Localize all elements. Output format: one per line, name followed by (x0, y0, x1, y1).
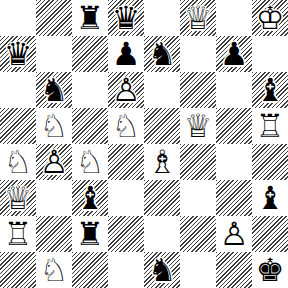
piece-halo: ♜ (72, 0, 108, 36)
square-e6[interactable] (144, 72, 180, 108)
square-e3[interactable] (144, 180, 180, 216)
piece-halo: ♝ (252, 72, 288, 108)
square-a5[interactable] (0, 108, 36, 144)
square-d3[interactable] (108, 180, 144, 216)
piece-halo: ♛ (180, 108, 216, 144)
piece-white-knight: ♘ (0, 144, 36, 180)
piece-black-rook: ♜ (72, 0, 108, 36)
square-f6[interactable] (180, 72, 216, 108)
piece-halo: ♜ (0, 216, 36, 252)
square-d6[interactable]: ♟♙ (108, 72, 144, 108)
piece-halo: ♞ (108, 108, 144, 144)
square-d5[interactable]: ♞♘ (108, 108, 144, 144)
square-c8[interactable]: ♜♜ (72, 0, 108, 36)
square-f3[interactable] (180, 180, 216, 216)
square-b6[interactable]: ♞♞ (36, 72, 72, 108)
square-c3[interactable]: ♝♝ (72, 180, 108, 216)
square-b2[interactable] (36, 216, 72, 252)
piece-halo: ♞ (72, 144, 108, 180)
square-e7[interactable]: ♞♞ (144, 36, 180, 72)
piece-white-rook: ♖ (0, 216, 36, 252)
square-d8[interactable]: ♛♛ (108, 0, 144, 36)
piece-black-bishop: ♝ (72, 180, 108, 216)
piece-black-queen: ♛ (108, 0, 144, 36)
square-h7[interactable] (252, 36, 288, 72)
piece-black-pawn: ♟ (216, 36, 252, 72)
square-c1[interactable] (72, 252, 108, 288)
square-g1[interactable] (216, 252, 252, 288)
piece-halo: ♝ (144, 144, 180, 180)
square-h1[interactable]: ♚♚ (252, 252, 288, 288)
square-f7[interactable] (180, 36, 216, 72)
piece-white-queen: ♕ (180, 0, 216, 36)
square-c2[interactable]: ♜♜ (72, 216, 108, 252)
piece-halo: ♟ (108, 36, 144, 72)
piece-white-rook: ♖ (252, 108, 288, 144)
square-h2[interactable] (252, 216, 288, 252)
piece-halo: ♞ (36, 72, 72, 108)
piece-white-pawn: ♙ (108, 72, 144, 108)
square-g6[interactable] (216, 72, 252, 108)
square-h6[interactable]: ♝♝ (252, 72, 288, 108)
piece-white-queen: ♕ (0, 180, 36, 216)
piece-halo: ♛ (108, 0, 144, 36)
piece-halo: ♟ (36, 144, 72, 180)
piece-black-knight: ♞ (36, 72, 72, 108)
piece-halo: ♛ (180, 0, 216, 36)
square-b3[interactable] (36, 180, 72, 216)
square-b4[interactable]: ♟♙ (36, 144, 72, 180)
square-b1[interactable]: ♞♘ (36, 252, 72, 288)
piece-halo: ♜ (72, 216, 108, 252)
piece-halo: ♛ (0, 36, 36, 72)
square-g7[interactable]: ♟♟ (216, 36, 252, 72)
square-e2[interactable] (144, 216, 180, 252)
piece-halo: ♞ (36, 252, 72, 288)
square-d1[interactable] (108, 252, 144, 288)
square-a2[interactable]: ♜♖ (0, 216, 36, 252)
square-c6[interactable] (72, 72, 108, 108)
piece-halo: ♟ (108, 72, 144, 108)
square-c4[interactable]: ♞♘ (72, 144, 108, 180)
square-g4[interactable] (216, 144, 252, 180)
square-a1[interactable] (0, 252, 36, 288)
square-a7[interactable]: ♛♛ (0, 36, 36, 72)
square-h4[interactable] (252, 144, 288, 180)
chess-board: ♜♜♛♛♛♕♚♔♛♛♟♟♞♞♟♟♞♞♟♙♝♝♞♘♞♘♛♕♜♖♞♘♟♙♞♘♝♗♛♕… (0, 0, 288, 288)
square-d2[interactable] (108, 216, 144, 252)
piece-black-queen: ♛ (0, 36, 36, 72)
square-g5[interactable] (216, 108, 252, 144)
piece-halo: ♝ (72, 180, 108, 216)
piece-black-bishop: ♝ (252, 180, 288, 216)
piece-black-rook: ♜ (72, 216, 108, 252)
square-a8[interactable] (0, 0, 36, 36)
piece-white-bishop: ♗ (144, 144, 180, 180)
square-h5[interactable]: ♜♖ (252, 108, 288, 144)
square-h8[interactable]: ♚♔ (252, 0, 288, 36)
square-a3[interactable]: ♛♕ (0, 180, 36, 216)
piece-halo: ♜ (252, 108, 288, 144)
piece-halo: ♟ (216, 36, 252, 72)
piece-white-queen: ♕ (180, 108, 216, 144)
piece-white-knight: ♘ (72, 144, 108, 180)
square-f2[interactable] (180, 216, 216, 252)
piece-black-knight: ♞ (144, 252, 180, 288)
square-a4[interactable]: ♞♘ (0, 144, 36, 180)
piece-halo: ♝ (252, 180, 288, 216)
square-e8[interactable] (144, 0, 180, 36)
square-f4[interactable] (180, 144, 216, 180)
square-g2[interactable]: ♟♙ (216, 216, 252, 252)
square-e4[interactable]: ♝♗ (144, 144, 180, 180)
square-a6[interactable] (0, 72, 36, 108)
square-f8[interactable]: ♛♕ (180, 0, 216, 36)
piece-halo: ♞ (144, 36, 180, 72)
piece-black-pawn: ♟ (108, 36, 144, 72)
square-b5[interactable]: ♞♘ (36, 108, 72, 144)
piece-white-knight: ♘ (108, 108, 144, 144)
square-g8[interactable] (216, 0, 252, 36)
square-d7[interactable]: ♟♟ (108, 36, 144, 72)
piece-white-pawn: ♙ (36, 144, 72, 180)
square-f5[interactable]: ♛♕ (180, 108, 216, 144)
square-h3[interactable]: ♝♝ (252, 180, 288, 216)
square-c5[interactable] (72, 108, 108, 144)
piece-white-knight: ♘ (36, 252, 72, 288)
piece-white-king: ♔ (252, 0, 288, 36)
square-g3[interactable] (216, 180, 252, 216)
square-b8[interactable] (36, 0, 72, 36)
piece-white-pawn: ♙ (216, 216, 252, 252)
piece-halo: ♞ (144, 252, 180, 288)
square-d4[interactable] (108, 144, 144, 180)
square-f1[interactable] (180, 252, 216, 288)
square-e1[interactable]: ♞♞ (144, 252, 180, 288)
piece-halo: ♞ (0, 144, 36, 180)
piece-white-knight: ♘ (36, 108, 72, 144)
piece-black-king: ♚ (252, 252, 288, 288)
piece-halo: ♚ (252, 0, 288, 36)
square-b7[interactable] (36, 36, 72, 72)
piece-halo: ♞ (36, 108, 72, 144)
piece-black-knight: ♞ (144, 36, 180, 72)
square-c7[interactable] (72, 36, 108, 72)
piece-halo: ♚ (252, 252, 288, 288)
piece-halo: ♟ (216, 216, 252, 252)
piece-black-bishop: ♝ (252, 72, 288, 108)
square-e5[interactable] (144, 108, 180, 144)
piece-halo: ♛ (0, 180, 36, 216)
